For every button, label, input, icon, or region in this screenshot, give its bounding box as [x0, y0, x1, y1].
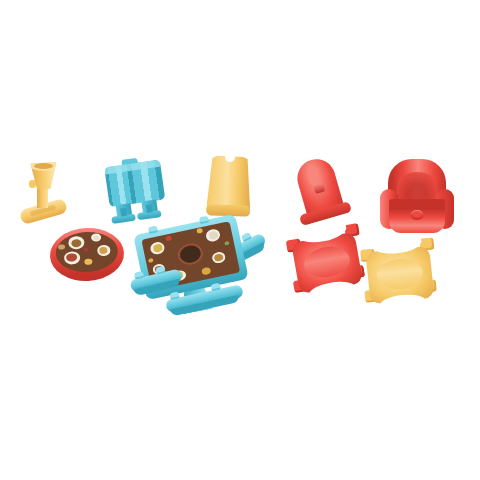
- bench-foot-flare: [111, 214, 136, 224]
- printed-food-contents: [208, 231, 218, 240]
- printed-food-item: [197, 228, 204, 234]
- printed-food-pot: [176, 241, 205, 267]
- printed-food-item: [83, 247, 89, 252]
- printed-food-contents: [93, 235, 100, 240]
- printed-food-plate: [97, 245, 111, 256]
- bench-foot-right: [141, 200, 158, 219]
- printed-food-item: [148, 258, 154, 263]
- printed-food-item: [165, 235, 172, 241]
- toy-furniture-photo: [0, 0, 480, 480]
- highchair-knob: [29, 180, 36, 188]
- printed-food-plate: [91, 234, 101, 243]
- lounge-backrest: [206, 155, 252, 211]
- toy-armchair-red: [380, 159, 454, 237]
- printed-food-contents: [66, 253, 77, 262]
- toy-lounge-chair-yellow: [206, 155, 252, 218]
- printed-food-plate: [211, 251, 226, 264]
- printed-food-item: [201, 266, 211, 275]
- toy-recliner-red: [287, 157, 345, 225]
- toy-highchair-yellow: [20, 158, 86, 228]
- cup-opening: [34, 163, 53, 169]
- toy-picnic-table-blue: [133, 224, 269, 332]
- printed-food-item: [58, 244, 65, 250]
- recliner-group: [285, 153, 353, 229]
- printed-food-plate: [205, 228, 221, 242]
- armchair-back-shadow: [397, 172, 437, 200]
- tabletop-peg: [199, 216, 209, 225]
- tabletop-peg: [148, 225, 158, 234]
- toy-folded-bench-blue: [102, 157, 174, 227]
- printed-food-contents: [153, 244, 163, 253]
- bench-foot-left: [116, 203, 133, 222]
- bench-foot-flare: [137, 210, 162, 220]
- printed-food-plate: [68, 236, 85, 250]
- toy-rocker-yellow: [360, 237, 443, 315]
- armchair-seat-peg: [411, 211, 423, 220]
- printed-food-plate: [150, 241, 166, 255]
- printed-food-contents: [71, 239, 82, 248]
- toy-rocker-red: [285, 223, 369, 301]
- printed-food-item: [84, 258, 92, 265]
- printed-food-contents: [99, 247, 108, 254]
- printed-food-plate: [63, 251, 80, 265]
- printed-food-item: [224, 241, 230, 246]
- toy-food-tray-red: [49, 226, 126, 283]
- printed-food-contents: [214, 253, 224, 261]
